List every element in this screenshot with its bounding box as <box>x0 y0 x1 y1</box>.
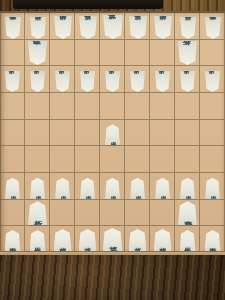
piece-kanji-label: 金将 <box>134 26 142 29</box>
board-square-r8c2[interactable]: 角行 <box>25 200 50 227</box>
piece-kanji-label: 歩兵 <box>134 80 141 83</box>
shogi-board: 香車桂馬銀将金将玉将金将銀将桂馬香車飛車角行歩兵歩兵歩兵歩兵歩兵歩兵歩兵歩兵歩兵… <box>0 11 225 253</box>
piece-kanji-label: 香車 <box>209 239 217 242</box>
piece-kanji-label: 香車 <box>9 239 17 242</box>
board-square-r3c3[interactable]: 歩兵 <box>50 66 75 93</box>
board-square-r4c7[interactable] <box>150 93 175 120</box>
board-square-r3c2[interactable]: 歩兵 <box>25 66 50 93</box>
board-square-r9c6[interactable]: 金将 <box>125 226 150 253</box>
shogi-piece-pawn-bottom[interactable]: 歩兵 <box>30 178 45 199</box>
board-square-r5c1[interactable] <box>0 120 25 147</box>
piece-kanji-label: 歩兵 <box>59 187 66 190</box>
board-square-r5c8[interactable] <box>175 120 200 147</box>
board-square-r3c5[interactable]: 歩兵 <box>100 66 125 93</box>
board-square-r3c7[interactable]: 歩兵 <box>150 66 175 93</box>
shogi-piece-lance-bottom[interactable]: 香車 <box>205 230 221 252</box>
shogi-piece-pawn-top[interactable]: 歩兵 <box>180 71 195 92</box>
shogi-piece-knight-top[interactable]: 桂馬 <box>30 17 46 39</box>
shogi-piece-lance-bottom[interactable]: 香車 <box>5 230 21 252</box>
piece-kanji-label: 香車 <box>9 26 17 29</box>
board-square-r5c2[interactable] <box>25 120 50 147</box>
board-square-r5c4[interactable] <box>75 120 100 147</box>
board-square-r1c4[interactable]: 金将 <box>75 13 100 40</box>
piece-kanji-label: 桂馬 <box>184 239 192 242</box>
board-square-r4c9[interactable] <box>200 93 225 120</box>
board-square-r6c1[interactable] <box>0 146 25 173</box>
board-square-r2c7[interactable] <box>150 40 175 67</box>
board-square-r5c9[interactable] <box>200 120 225 147</box>
shogi-piece-pawn-top[interactable]: 歩兵 <box>5 71 20 92</box>
board-square-r3c9[interactable]: 歩兵 <box>200 66 225 93</box>
piece-kanji-label: 歩兵 <box>109 133 116 136</box>
piece-kanji-label: 玉将 <box>109 25 117 28</box>
shogi-piece-pawn-bottom[interactable]: 歩兵 <box>205 178 220 199</box>
board-square-r2c9[interactable] <box>200 40 225 67</box>
shogi-piece-rook-bottom[interactable]: 飛車 <box>178 201 197 225</box>
shogi-piece-pawn-top[interactable]: 歩兵 <box>105 71 120 92</box>
board-square-r6c3[interactable] <box>50 146 75 173</box>
board-square-r2c2[interactable]: 飛車 <box>25 40 50 67</box>
board-square-r6c8[interactable] <box>175 146 200 173</box>
board-square-r3c6[interactable]: 歩兵 <box>125 66 150 93</box>
shogi-piece-bishop-bottom[interactable]: 角行 <box>28 201 47 225</box>
shogi-piece-pawn-bottom[interactable]: 歩兵 <box>180 178 195 199</box>
piece-kanji-label: 銀将 <box>159 239 167 242</box>
piece-kanji-label: 歩兵 <box>184 80 191 83</box>
piece-kanji-label: 王将 <box>109 238 117 241</box>
shogi-piece-lance-top[interactable]: 香車 <box>5 17 21 39</box>
shogi-piece-pawn-top[interactable]: 歩兵 <box>55 71 70 92</box>
board-square-r2c3[interactable] <box>50 40 75 67</box>
piece-kanji-label: 銀将 <box>59 26 67 29</box>
shogi-photo-scene: 香車桂馬銀将金将玉将金将銀将桂馬香車飛車角行歩兵歩兵歩兵歩兵歩兵歩兵歩兵歩兵歩兵… <box>0 0 225 300</box>
piece-kanji-label: 歩兵 <box>59 80 66 83</box>
board-square-r5c3[interactable] <box>50 120 75 147</box>
board-square-r3c4[interactable]: 歩兵 <box>75 66 100 93</box>
board-square-r7c5[interactable]: 歩兵 <box>100 173 125 200</box>
board-square-r9c1[interactable]: 香車 <box>0 226 25 253</box>
shogi-piece-pawn-top[interactable]: 歩兵 <box>130 71 145 92</box>
shogi-piece-pawn-top[interactable]: 歩兵 <box>30 71 45 92</box>
board-square-r2c8[interactable]: 角行 <box>175 40 200 67</box>
board-square-r2c1[interactable] <box>0 40 25 67</box>
piece-kanji-label: 歩兵 <box>84 80 91 83</box>
board-square-r4c4[interactable] <box>75 93 100 120</box>
board-square-r3c1[interactable]: 歩兵 <box>0 66 25 93</box>
board-square-r4c1[interactable] <box>0 93 25 120</box>
board-square-r7c3[interactable]: 歩兵 <box>50 173 75 200</box>
board-square-r7c8[interactable]: 歩兵 <box>175 173 200 200</box>
board-square-r9c8[interactable]: 桂馬 <box>175 226 200 253</box>
shogi-piece-pawn-bottom[interactable]: 歩兵 <box>130 178 145 199</box>
shogi-piece-knight-bottom[interactable]: 桂馬 <box>30 230 46 252</box>
shogi-piece-pawn-top[interactable]: 歩兵 <box>155 71 170 92</box>
board-square-r9c9[interactable]: 香車 <box>200 226 225 253</box>
board-square-r7c7[interactable]: 歩兵 <box>150 173 175 200</box>
board-square-r8c9[interactable] <box>200 200 225 227</box>
board-square-r6c7[interactable] <box>150 146 175 173</box>
board-square-r8c1[interactable] <box>0 200 25 227</box>
shogi-piece-silver-top[interactable]: 銀将 <box>154 16 172 39</box>
board-square-r8c8[interactable]: 飛車 <box>175 200 200 227</box>
dark-object-top-edge <box>13 0 163 9</box>
piece-kanji-label: 歩兵 <box>34 187 41 190</box>
shogi-piece-pawn-bottom[interactable]: 歩兵 <box>5 178 20 199</box>
piece-kanji-label: 歩兵 <box>159 187 166 190</box>
board-square-r7c2[interactable]: 歩兵 <box>25 173 50 200</box>
board-square-r6c2[interactable] <box>25 146 50 173</box>
piece-kanji-label: 金将 <box>84 239 92 242</box>
shogi-piece-king-bottom[interactable]: 王将 <box>103 228 123 252</box>
piece-kanji-label: 歩兵 <box>159 80 166 83</box>
shogi-piece-knight-bottom[interactable]: 桂馬 <box>180 230 196 252</box>
shogi-piece-gold-top[interactable]: 金将 <box>79 16 97 39</box>
shogi-piece-pawn-bottom[interactable]: 歩兵 <box>80 178 95 199</box>
shogi-piece-gold-top[interactable]: 金将 <box>129 16 147 39</box>
board-square-r7c6[interactable]: 歩兵 <box>125 173 150 200</box>
shogi-piece-lance-top[interactable]: 香車 <box>205 17 221 39</box>
piece-kanji-label: 桂馬 <box>184 26 192 29</box>
board-square-r7c9[interactable]: 歩兵 <box>200 173 225 200</box>
piece-kanji-label: 歩兵 <box>9 187 16 190</box>
board-square-r9c4[interactable]: 金将 <box>75 226 100 253</box>
board-square-r4c2[interactable] <box>25 93 50 120</box>
piece-kanji-label: 香車 <box>209 26 217 29</box>
piece-kanji-label: 飛車 <box>34 52 42 55</box>
piece-kanji-label: 銀将 <box>159 26 167 29</box>
board-square-r5c5[interactable]: 歩兵 <box>100 120 125 147</box>
piece-kanji-label: 桂馬 <box>34 239 42 242</box>
piece-kanji-label: 歩兵 <box>134 187 141 190</box>
board-square-r5c7[interactable] <box>150 120 175 147</box>
board-square-r5c6[interactable] <box>125 120 150 147</box>
shogi-piece-silver-top[interactable]: 銀将 <box>54 16 72 39</box>
piece-kanji-label: 歩兵 <box>109 187 116 190</box>
piece-kanji-label: 歩兵 <box>9 80 16 83</box>
board-square-r1c5[interactable]: 玉将 <box>100 13 125 40</box>
piece-kanji-label: 歩兵 <box>84 187 91 190</box>
piece-kanji-label: 金将 <box>134 239 142 242</box>
shogi-piece-pawn-bottom[interactable]: 歩兵 <box>55 178 70 199</box>
board-square-r8c3[interactable] <box>50 200 75 227</box>
board-square-r6c5[interactable] <box>100 146 125 173</box>
board-square-r8c5[interactable] <box>100 200 125 227</box>
board-square-r1c8[interactable]: 桂馬 <box>175 13 200 40</box>
board-square-r6c9[interactable] <box>200 146 225 173</box>
shogi-piece-rook-top[interactable]: 飛車 <box>28 41 47 65</box>
board-square-r7c1[interactable]: 歩兵 <box>0 173 25 200</box>
shogi-piece-bishop-top[interactable]: 角行 <box>178 41 197 65</box>
piece-kanji-label: 歩兵 <box>34 80 41 83</box>
board-square-r4c6[interactable] <box>125 93 150 120</box>
piece-kanji-label: 角行 <box>184 52 192 55</box>
board-square-r4c3[interactable] <box>50 93 75 120</box>
board-square-r2c6[interactable] <box>125 40 150 67</box>
shogi-piece-silver-bottom[interactable]: 銀将 <box>154 229 172 252</box>
piece-kanji-label: 飛車 <box>184 212 192 215</box>
board-square-r9c2[interactable]: 桂馬 <box>25 226 50 253</box>
piece-kanji-label: 銀将 <box>59 239 67 242</box>
shogi-piece-pawn-top[interactable]: 歩兵 <box>205 71 220 92</box>
board-square-r2c4[interactable] <box>75 40 100 67</box>
shogi-piece-pawn-bottom[interactable]: 歩兵 <box>155 178 170 199</box>
board-square-r1c6[interactable]: 金将 <box>125 13 150 40</box>
board-square-r1c3[interactable]: 銀将 <box>50 13 75 40</box>
piece-kanji-label: 歩兵 <box>209 187 216 190</box>
shogi-piece-pawn-top[interactable]: 歩兵 <box>80 71 95 92</box>
board-square-r1c2[interactable]: 桂馬 <box>25 13 50 40</box>
piece-kanji-label: 歩兵 <box>109 80 116 83</box>
board-square-r9c3[interactable]: 銀将 <box>50 226 75 253</box>
shogi-piece-gold-bottom[interactable]: 金将 <box>129 229 147 252</box>
board-square-r7c4[interactable]: 歩兵 <box>75 173 100 200</box>
shogi-piece-knight-top[interactable]: 桂馬 <box>180 17 196 39</box>
board-square-r1c1[interactable]: 香車 <box>0 13 25 40</box>
shogi-piece-silver-bottom[interactable]: 銀将 <box>54 229 72 252</box>
board-square-r4c8[interactable] <box>175 93 200 120</box>
board-square-r6c6[interactable] <box>125 146 150 173</box>
shogi-piece-pawn-bottom[interactable]: 歩兵 <box>105 178 120 199</box>
board-square-r9c7[interactable]: 銀将 <box>150 226 175 253</box>
shogi-piece-gold-bottom[interactable]: 金将 <box>79 229 97 252</box>
piece-kanji-label: 歩兵 <box>209 80 216 83</box>
board-square-r8c4[interactable] <box>75 200 100 227</box>
piece-kanji-label: 桂馬 <box>34 26 42 29</box>
shogi-piece-pawn-bottom[interactable]: 歩兵 <box>105 124 120 145</box>
shogi-piece-king-top[interactable]: 玉将 <box>103 15 123 39</box>
wood-table-bottom <box>0 255 225 300</box>
board-square-r4c5[interactable] <box>100 93 125 120</box>
board-square-r9c5[interactable]: 王将 <box>100 226 125 253</box>
piece-kanji-label: 歩兵 <box>184 187 191 190</box>
board-square-r6c4[interactable] <box>75 146 100 173</box>
piece-kanji-label: 金将 <box>84 26 92 29</box>
board-square-r2c5[interactable] <box>100 40 125 67</box>
piece-kanji-label: 角行 <box>34 212 42 215</box>
board-square-r1c7[interactable]: 銀将 <box>150 13 175 40</box>
board-square-r8c6[interactable] <box>125 200 150 227</box>
board-square-r3c8[interactable]: 歩兵 <box>175 66 200 93</box>
board-square-r1c9[interactable]: 香車 <box>200 13 225 40</box>
board-square-r8c7[interactable] <box>150 200 175 227</box>
